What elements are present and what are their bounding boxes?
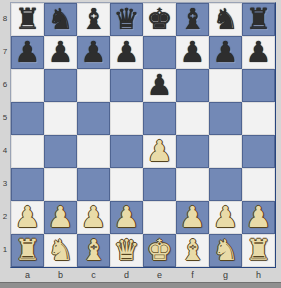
square-b2[interactable]: ♟ — [44, 201, 77, 234]
white-knight[interactable]: ♞ — [48, 234, 74, 267]
square-a4[interactable] — [11, 135, 44, 168]
square-f8[interactable]: ♝ — [176, 3, 209, 36]
square-c3[interactable] — [77, 168, 110, 201]
square-b4[interactable] — [44, 135, 77, 168]
rank-label-1: 1 — [0, 233, 10, 266]
white-rook[interactable]: ♜ — [246, 234, 272, 267]
square-e6[interactable]: ♟ — [143, 69, 176, 102]
rank-label-8: 8 — [0, 2, 10, 35]
board-frame: 87654321 ♜♞♝♛♚♝♞♜♟♟♟♟♟♟♟♟♟♟♟♟♟♟♟♟♜♞♝♛♚♝♞… — [0, 0, 281, 288]
white-bishop[interactable]: ♝ — [81, 234, 107, 267]
square-e8[interactable]: ♚ — [143, 3, 176, 36]
square-g1[interactable]: ♞ — [209, 234, 242, 267]
white-pawn[interactable]: ♟ — [114, 201, 140, 234]
white-pawn[interactable]: ♟ — [213, 201, 239, 234]
file-label-b: b — [44, 268, 77, 282]
square-e2[interactable] — [143, 201, 176, 234]
square-a2[interactable]: ♟ — [11, 201, 44, 234]
white-pawn[interactable]: ♟ — [81, 201, 107, 234]
square-d2[interactable]: ♟ — [110, 201, 143, 234]
square-f1[interactable]: ♝ — [176, 234, 209, 267]
rank-labels: 87654321 — [0, 2, 10, 266]
white-bishop[interactable]: ♝ — [180, 234, 206, 267]
rank-label-7: 7 — [0, 35, 10, 68]
rank-label-4: 4 — [0, 134, 10, 167]
square-g7[interactable]: ♟ — [209, 36, 242, 69]
file-label-d: d — [110, 268, 143, 282]
square-h8[interactable]: ♜ — [242, 3, 275, 36]
square-h4[interactable] — [242, 135, 275, 168]
square-d6[interactable] — [110, 69, 143, 102]
square-f3[interactable] — [176, 168, 209, 201]
board: ♜♞♝♛♚♝♞♜♟♟♟♟♟♟♟♟♟♟♟♟♟♟♟♟♜♞♝♛♚♝♞♜ — [10, 2, 276, 268]
white-pawn[interactable]: ♟ — [15, 201, 41, 234]
square-b1[interactable]: ♞ — [44, 234, 77, 267]
square-c5[interactable] — [77, 102, 110, 135]
square-d5[interactable] — [110, 102, 143, 135]
black-pawn[interactable]: ♟ — [48, 36, 74, 69]
square-a1[interactable]: ♜ — [11, 234, 44, 267]
square-a5[interactable] — [11, 102, 44, 135]
square-h2[interactable]: ♟ — [242, 201, 275, 234]
square-d7[interactable]: ♟ — [110, 36, 143, 69]
rank-label-2: 2 — [0, 200, 10, 233]
square-a7[interactable]: ♟ — [11, 36, 44, 69]
square-e7[interactable] — [143, 36, 176, 69]
square-e5[interactable] — [143, 102, 176, 135]
square-b6[interactable] — [44, 69, 77, 102]
square-b5[interactable] — [44, 102, 77, 135]
square-g2[interactable]: ♟ — [209, 201, 242, 234]
square-f2[interactable]: ♟ — [176, 201, 209, 234]
square-d1[interactable]: ♛ — [110, 234, 143, 267]
square-d8[interactable]: ♛ — [110, 3, 143, 36]
rank-label-3: 3 — [0, 167, 10, 200]
rank-label-6: 6 — [0, 68, 10, 101]
black-pawn[interactable]: ♟ — [147, 69, 173, 102]
file-label-c: c — [77, 268, 110, 282]
white-queen[interactable]: ♛ — [114, 234, 140, 267]
black-pawn[interactable]: ♟ — [114, 36, 140, 69]
file-labels: abcdefgh — [11, 268, 275, 282]
black-knight[interactable]: ♞ — [213, 3, 239, 36]
square-g8[interactable]: ♞ — [209, 3, 242, 36]
black-knight[interactable]: ♞ — [48, 3, 74, 36]
bottom-bar — [0, 282, 281, 288]
square-c6[interactable] — [77, 69, 110, 102]
rank-label-5: 5 — [0, 101, 10, 134]
white-pawn[interactable]: ♟ — [48, 201, 74, 234]
square-a6[interactable] — [11, 69, 44, 102]
square-h1[interactable]: ♜ — [242, 234, 275, 267]
black-king[interactable]: ♚ — [147, 3, 173, 36]
square-f6[interactable] — [176, 69, 209, 102]
file-label-f: f — [176, 268, 209, 282]
black-rook[interactable]: ♜ — [246, 3, 272, 36]
black-bishop[interactable]: ♝ — [180, 3, 206, 36]
white-rook[interactable]: ♜ — [15, 234, 41, 267]
white-pawn[interactable]: ♟ — [246, 201, 272, 234]
square-d3[interactable] — [110, 168, 143, 201]
square-c1[interactable]: ♝ — [77, 234, 110, 267]
square-b3[interactable] — [44, 168, 77, 201]
square-h7[interactable]: ♟ — [242, 36, 275, 69]
file-label-a: a — [11, 268, 44, 282]
square-g3[interactable] — [209, 168, 242, 201]
white-pawn[interactable]: ♟ — [180, 201, 206, 234]
black-pawn[interactable]: ♟ — [213, 36, 239, 69]
black-rook[interactable]: ♜ — [15, 3, 41, 36]
white-king[interactable]: ♚ — [147, 234, 173, 267]
file-label-e: e — [143, 268, 176, 282]
black-pawn[interactable]: ♟ — [15, 36, 41, 69]
square-c2[interactable]: ♟ — [77, 201, 110, 234]
square-g6[interactable] — [209, 69, 242, 102]
black-queen[interactable]: ♛ — [114, 3, 140, 36]
square-c4[interactable] — [77, 135, 110, 168]
square-b8[interactable]: ♞ — [44, 3, 77, 36]
square-e3[interactable] — [143, 168, 176, 201]
file-label-h: h — [242, 268, 275, 282]
black-pawn[interactable]: ♟ — [81, 36, 107, 69]
square-h5[interactable] — [242, 102, 275, 135]
square-a8[interactable]: ♜ — [11, 3, 44, 36]
square-h3[interactable] — [242, 168, 275, 201]
black-bishop[interactable]: ♝ — [81, 3, 107, 36]
square-b7[interactable]: ♟ — [44, 36, 77, 69]
square-f5[interactable] — [176, 102, 209, 135]
square-e1[interactable]: ♚ — [143, 234, 176, 267]
square-h6[interactable] — [242, 69, 275, 102]
black-pawn[interactable]: ♟ — [180, 36, 206, 69]
square-d4[interactable] — [110, 135, 143, 168]
square-c8[interactable]: ♝ — [77, 3, 110, 36]
square-a3[interactable] — [11, 168, 44, 201]
square-g5[interactable] — [209, 102, 242, 135]
square-f4[interactable] — [176, 135, 209, 168]
square-e4[interactable]: ♟ — [143, 135, 176, 168]
square-f7[interactable]: ♟ — [176, 36, 209, 69]
square-g4[interactable] — [209, 135, 242, 168]
white-pawn[interactable]: ♟ — [147, 135, 173, 168]
black-pawn[interactable]: ♟ — [246, 36, 272, 69]
white-knight[interactable]: ♞ — [213, 234, 239, 267]
square-c7[interactable]: ♟ — [77, 36, 110, 69]
file-label-g: g — [209, 268, 242, 282]
